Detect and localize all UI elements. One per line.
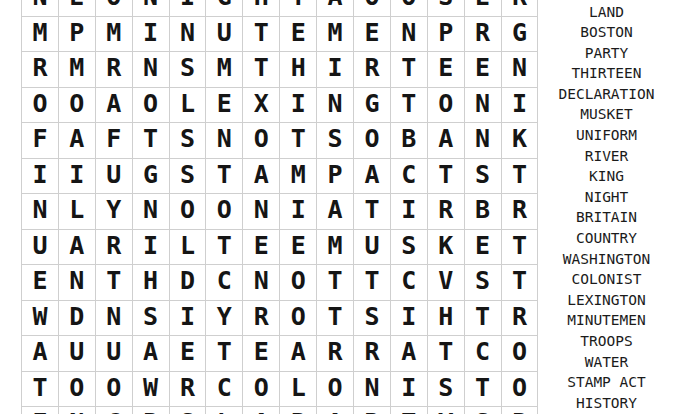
grid-cell[interactable]: H [243, 0, 279, 16]
word-list-item: LAND [520, 2, 693, 23]
grid-cell[interactable]: L [59, 194, 95, 229]
grid-cell[interactable]: S [465, 265, 501, 300]
grid-cell[interactable]: O [243, 372, 279, 407]
grid-cell[interactable]: A [59, 123, 95, 158]
grid-cell[interactable]: O [280, 265, 316, 300]
grid-cell[interactable]: B [465, 194, 501, 229]
grid-cell[interactable]: A [280, 336, 316, 371]
grid-cell[interactable]: N [96, 301, 132, 336]
grid-cell[interactable]: S [170, 123, 206, 158]
grid-cell[interactable]: T [317, 301, 353, 336]
grid-cell[interactable]: O [280, 301, 316, 336]
grid-cell[interactable]: O [170, 194, 206, 229]
grid-cell[interactable]: T [22, 372, 58, 407]
word-list-item: LEXINGTON [520, 290, 693, 311]
grid-cell[interactable]: T [206, 159, 242, 194]
grid-cell[interactable]: T [206, 230, 242, 265]
grid-cell[interactable]: E [22, 265, 58, 300]
grid-cell[interactable]: S [465, 159, 501, 194]
grid-cell[interactable]: N [354, 372, 390, 407]
grid-cell[interactable]: F [22, 123, 58, 158]
grid-cell[interactable]: R [465, 17, 501, 52]
grid-cell[interactable]: P [280, 407, 316, 414]
grid-cell[interactable]: A [391, 336, 427, 371]
grid-cell[interactable]: I [170, 301, 206, 336]
grid-cell[interactable]: R [243, 301, 279, 336]
grid-cell[interactable]: W [22, 301, 58, 336]
word-search-grid: NEONIGHTAOOSERMPMINUTEMENPRGRMRNSMTHIRTE… [21, 0, 538, 414]
grid-cell[interactable]: E [206, 88, 242, 123]
grid-cell[interactable]: R [354, 336, 390, 371]
grid-cell[interactable]: E [280, 17, 316, 52]
grid-cell[interactable]: H [133, 265, 169, 300]
grid-cell[interactable]: A [243, 159, 279, 194]
grid-cell[interactable]: T [96, 265, 132, 300]
grid-cell[interactable]: S [170, 52, 206, 87]
grid-cell[interactable]: X [243, 88, 279, 123]
grid-cell[interactable]: N [59, 265, 95, 300]
grid-cell[interactable]: H [428, 301, 464, 336]
word-search-page: NEONIGHTAOOSERMPMINUTEMENPRGRMRNSMTHIRTE… [0, 0, 700, 414]
grid-cell[interactable]: A [428, 123, 464, 158]
grid-cell[interactable]: U [96, 336, 132, 371]
grid-cell[interactable]: I [59, 159, 95, 194]
grid-cell[interactable]: N [133, 0, 169, 16]
grid-cell[interactable]: O [243, 123, 279, 158]
grid-cell[interactable]: M [280, 159, 316, 194]
grid-cell[interactable]: R [170, 372, 206, 407]
grid-cell[interactable]: S [391, 230, 427, 265]
grid-cell[interactable]: O [59, 372, 95, 407]
grid-cell[interactable]: H [280, 52, 316, 87]
word-list-item: COLONIST [520, 269, 693, 290]
grid-cell[interactable]: M [59, 52, 95, 87]
word-list-item: MUSKET [520, 104, 693, 125]
word-list-item: TROOPS [520, 331, 693, 352]
grid-cell[interactable]: N [243, 265, 279, 300]
grid-cell[interactable]: N [206, 123, 242, 158]
grid-cell[interactable]: P [317, 159, 353, 194]
grid-cell[interactable]: S [465, 407, 501, 414]
grid-cell[interactable]: I [22, 159, 58, 194]
word-list-item: HISTORY [520, 393, 693, 414]
grid-cell[interactable]: S [133, 301, 169, 336]
grid-cell[interactable]: D [59, 301, 95, 336]
grid-cell[interactable]: T [391, 52, 427, 87]
grid-cell[interactable]: R [354, 52, 390, 87]
grid-cell[interactable]: O [133, 88, 169, 123]
grid-cell[interactable]: T [280, 0, 316, 16]
grid-cell[interactable]: A [133, 336, 169, 371]
grid-cell[interactable]: L [280, 372, 316, 407]
grid-cell[interactable]: A [96, 88, 132, 123]
grid-cell[interactable]: N [22, 0, 58, 16]
grid-cell[interactable]: T [280, 123, 316, 158]
grid-cell[interactable]: A [317, 194, 353, 229]
grid-cell[interactable]: N [59, 407, 95, 414]
grid-cell[interactable]: N [317, 88, 353, 123]
grid-cell[interactable]: Y [96, 194, 132, 229]
grid-cell[interactable]: A [243, 407, 279, 414]
grid-cell[interactable]: W [133, 372, 169, 407]
grid-cell[interactable]: T [133, 123, 169, 158]
grid-cell[interactable]: I [391, 194, 427, 229]
word-list-item: COUNTRY [520, 228, 693, 249]
grid-cell[interactable]: T [465, 372, 501, 407]
grid-cell[interactable]: G [354, 88, 390, 123]
grid-cell[interactable]: M [317, 17, 353, 52]
word-list-item: BRITAIN [520, 207, 693, 228]
grid-cell[interactable]: P [133, 407, 169, 414]
grid-cell[interactable]: O [96, 372, 132, 407]
grid-cell[interactable]: I [317, 52, 353, 87]
grid-cell[interactable]: T [317, 265, 353, 300]
word-list-item: UNIFORM [520, 125, 693, 146]
grid-cell[interactable]: N [133, 194, 169, 229]
grid-cell[interactable]: E [280, 230, 316, 265]
grid-cell[interactable]: T [243, 17, 279, 52]
grid-cell[interactable]: L [170, 230, 206, 265]
grid-cell[interactable]: E [243, 230, 279, 265]
grid-cell[interactable]: O [391, 0, 427, 16]
grid-cell[interactable]: T [243, 52, 279, 87]
grid-cell[interactable]: C [391, 265, 427, 300]
grid-cell[interactable]: O [354, 0, 390, 16]
grid-cell[interactable]: I [280, 194, 316, 229]
grid-cell[interactable]: S [428, 0, 464, 16]
grid-cell[interactable]: M [96, 17, 132, 52]
word-list-item: BOSTON [520, 22, 693, 43]
grid-cell[interactable]: U [22, 230, 58, 265]
grid-cell[interactable]: E [59, 0, 95, 16]
grid-cell[interactable]: V [428, 265, 464, 300]
grid-cell[interactable]: O [22, 88, 58, 123]
grid-cell[interactable]: A [354, 159, 390, 194]
grid-cell[interactable]: R [96, 230, 132, 265]
grid-cell[interactable]: F [96, 123, 132, 158]
grid-cell[interactable]: O [59, 88, 95, 123]
grid-cell[interactable]: E [465, 0, 501, 16]
grid-cell[interactable]: R [354, 407, 390, 414]
grid-cell[interactable]: L [170, 88, 206, 123]
grid-cell[interactable]: M [317, 230, 353, 265]
grid-cell[interactable]: E [465, 230, 501, 265]
word-list-item: KING [520, 166, 693, 187]
grid-cell[interactable]: E [243, 336, 279, 371]
grid-cell[interactable]: C [96, 407, 132, 414]
grid-cell[interactable]: R [22, 52, 58, 87]
grid-cell[interactable]: K [428, 230, 464, 265]
grid-cell[interactable]: N [465, 88, 501, 123]
grid-cell[interactable]: C [206, 265, 242, 300]
grid-cell[interactable]: M [22, 17, 58, 52]
word-list-item: WATER [520, 352, 693, 373]
grid-cell[interactable]: I [391, 372, 427, 407]
grid-cell[interactable]: I [170, 0, 206, 16]
word-list-item: STAMP ACT [520, 372, 693, 393]
word-list-item: THIRTEEN [520, 63, 693, 84]
grid-cell[interactable]: O [317, 372, 353, 407]
grid-cell[interactable]: R [428, 194, 464, 229]
grid-cell[interactable]: T [391, 88, 427, 123]
word-list: LANDBOSTONPARTYTHIRTEENDECLARATIONMUSKET… [520, 0, 693, 414]
grid-cell[interactable]: E [428, 52, 464, 87]
grid-cell[interactable]: G [133, 159, 169, 194]
grid-cell[interactable]: A [317, 0, 353, 16]
grid-cell[interactable]: N [22, 194, 58, 229]
grid-cell[interactable]: R [96, 52, 132, 87]
word-list-item: NIGHT [520, 187, 693, 208]
grid-cell[interactable]: D [170, 265, 206, 300]
word-list-item: WASHINGTON [520, 249, 693, 270]
grid-cell[interactable]: T [206, 336, 242, 371]
word-list-item: PARTY [520, 43, 693, 64]
grid-cell[interactable]: Y [428, 407, 464, 414]
grid-cell[interactable]: A [317, 407, 353, 414]
grid-cell[interactable]: S [170, 159, 206, 194]
grid-cell[interactable]: Y [206, 301, 242, 336]
grid-cell[interactable]: I [280, 88, 316, 123]
grid-cell[interactable]: A [22, 336, 58, 371]
grid-cell[interactable]: A [59, 230, 95, 265]
grid-cell[interactable]: U [59, 336, 95, 371]
grid-cell[interactable]: N [133, 52, 169, 87]
grid-cell[interactable]: P [59, 17, 95, 52]
grid-cell[interactable]: U [354, 230, 390, 265]
grid-cell[interactable]: I [133, 230, 169, 265]
grid-cell[interactable]: E [22, 407, 58, 414]
grid-cell[interactable]: L [206, 407, 242, 414]
grid-cell[interactable]: I [391, 301, 427, 336]
grid-cell[interactable]: U [96, 159, 132, 194]
grid-cell[interactable]: E [465, 52, 501, 87]
grid-cell[interactable]: N [243, 194, 279, 229]
grid-cell[interactable]: M [206, 52, 242, 87]
grid-cell[interactable]: T [354, 265, 390, 300]
grid-cell[interactable]: N [465, 123, 501, 158]
grid-cell[interactable]: N [391, 17, 427, 52]
word-list-item: DECLARATION [520, 84, 693, 105]
grid-cell[interactable]: O [206, 194, 242, 229]
grid-cell[interactable]: T [428, 159, 464, 194]
grid-cell[interactable]: N [170, 17, 206, 52]
grid-cell[interactable]: U [206, 17, 242, 52]
grid-cell[interactable]: E [170, 336, 206, 371]
grid-cell[interactable]: S [428, 372, 464, 407]
grid-cell[interactable]: P [428, 17, 464, 52]
grid-cell[interactable]: C [465, 336, 501, 371]
grid-cell[interactable]: O [428, 88, 464, 123]
grid-cell[interactable]: C [391, 159, 427, 194]
grid-cell[interactable]: S [170, 407, 206, 414]
grid-cell[interactable]: R [317, 336, 353, 371]
grid-cell[interactable]: I [133, 17, 169, 52]
grid-cell[interactable]: S [317, 123, 353, 158]
grid-cell[interactable]: T [354, 194, 390, 229]
grid-cell[interactable]: E [354, 17, 390, 52]
word-list-item: MINUTEMEN [520, 310, 693, 331]
grid-cell[interactable]: O [354, 123, 390, 158]
grid-cell[interactable]: T [428, 336, 464, 371]
grid-cell[interactable]: B [391, 123, 427, 158]
grid-cell[interactable]: T [465, 301, 501, 336]
word-list-item: RIVER [520, 146, 693, 167]
grid-cell[interactable]: S [354, 301, 390, 336]
grid-cell[interactable]: G [206, 0, 242, 16]
grid-cell[interactable]: T [391, 407, 427, 414]
grid-cell[interactable]: O [96, 0, 132, 16]
grid-cell[interactable]: C [206, 372, 242, 407]
